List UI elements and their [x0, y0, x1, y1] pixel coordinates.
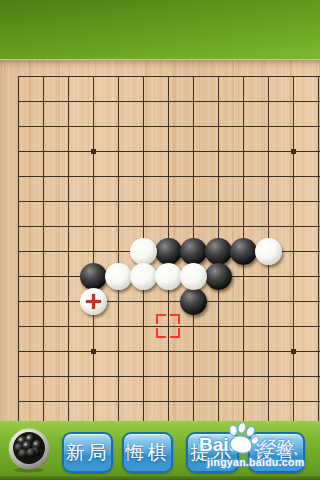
white-stone — [255, 238, 282, 265]
black-stone — [155, 238, 182, 265]
grid-line-horizontal — [18, 151, 320, 152]
game-board[interactable] — [0, 60, 320, 421]
top-bar — [0, 0, 320, 60]
white-stone — [130, 238, 157, 265]
undo-button[interactable]: 悔棋 — [122, 432, 173, 473]
grid-line-vertical — [68, 76, 69, 421]
grid-line-horizontal — [18, 226, 320, 227]
settings-button[interactable]: 设置 — [248, 432, 305, 473]
black-stone — [80, 263, 107, 290]
white-stone — [180, 263, 207, 290]
black-stone — [205, 263, 232, 290]
hint-button[interactable]: 提示 — [186, 432, 239, 473]
grid-line-horizontal — [18, 76, 320, 77]
black-stone — [230, 238, 257, 265]
grid-line-horizontal — [18, 201, 320, 202]
last-move-marker — [86, 294, 101, 309]
app-screen: 新局 悔棋 提示 设置 Baidu 经验、 jingyan.baidu.com — [0, 0, 320, 480]
selection-corner-bracket — [170, 328, 180, 338]
black-stone — [205, 238, 232, 265]
white-stone — [130, 263, 157, 290]
grid-line-vertical — [318, 76, 319, 421]
last-move-cross-bar — [92, 294, 95, 309]
star-point — [91, 349, 96, 354]
bottom-toolbar: 新局 悔棋 提示 设置 Baidu 经验、 jingyan.baidu.com — [0, 421, 320, 480]
grid-line-horizontal — [18, 126, 320, 127]
black-stone — [180, 238, 207, 265]
star-point — [291, 149, 296, 154]
selection-corner-bracket — [156, 328, 166, 338]
star-point — [91, 149, 96, 154]
grid-line-horizontal — [18, 401, 320, 402]
grid-line-horizontal — [18, 101, 320, 102]
grid-line-horizontal — [18, 176, 320, 177]
selection-corner-bracket — [170, 314, 180, 324]
star-point — [291, 349, 296, 354]
stone-bowl-icon — [6, 427, 52, 473]
white-stone — [105, 263, 132, 290]
grid-line-vertical — [118, 76, 119, 421]
black-stone — [180, 288, 207, 315]
grid-line-horizontal — [18, 351, 320, 352]
grid-line-horizontal — [18, 301, 320, 302]
grid-line-vertical — [18, 76, 19, 421]
grid-line-horizontal — [18, 376, 320, 377]
white-stone — [155, 263, 182, 290]
grid-line-vertical — [43, 76, 44, 421]
selection-corner-bracket — [156, 314, 166, 324]
selection-marker — [156, 314, 180, 338]
grid-line-vertical — [93, 76, 94, 421]
new-game-button[interactable]: 新局 — [62, 432, 113, 473]
grid-line-vertical — [293, 76, 294, 421]
